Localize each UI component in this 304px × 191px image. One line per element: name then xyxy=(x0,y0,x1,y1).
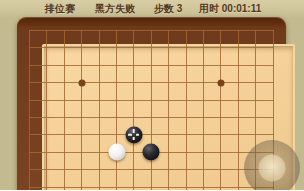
stone-black xyxy=(125,126,142,143)
stone-bowl-button[interactable] xyxy=(244,140,300,190)
grid-line xyxy=(64,30,65,190)
board-grid-layer xyxy=(30,31,274,191)
last-move-marker-arm xyxy=(133,137,136,140)
stone-black xyxy=(143,144,160,161)
grid-line xyxy=(168,30,169,190)
grid-line xyxy=(46,30,47,190)
timer-label: 用时 00:01:11 xyxy=(199,2,261,15)
grid-line xyxy=(220,30,221,190)
grid-line xyxy=(116,30,117,190)
stone-bowl-inner-circle xyxy=(258,155,285,182)
move-count-label: 步数 3 xyxy=(154,2,182,15)
grid-line xyxy=(238,30,239,190)
grid-line xyxy=(133,30,134,190)
mode-label: 排位赛 xyxy=(45,2,75,15)
grid-line xyxy=(99,30,100,190)
grid-line xyxy=(29,30,30,190)
status-bar: 排位赛 黑方失败 步数 3 用时 00:01:11 xyxy=(0,0,304,17)
grid-line xyxy=(203,30,204,190)
grid-line xyxy=(81,30,82,190)
last-move-marker xyxy=(128,129,139,140)
last-move-marker-arm xyxy=(128,134,131,137)
grid-line xyxy=(186,30,187,190)
star-point xyxy=(78,79,85,86)
last-move-marker-arm xyxy=(136,134,139,137)
star-point xyxy=(217,79,224,86)
result-label: 黑方失败 xyxy=(95,2,135,15)
stone-white xyxy=(108,144,125,161)
grid-line xyxy=(151,30,152,190)
last-move-marker-arm xyxy=(133,129,136,132)
game-screen: 排位赛 黑方失败 步数 3 用时 00:01:11 xyxy=(0,0,304,190)
